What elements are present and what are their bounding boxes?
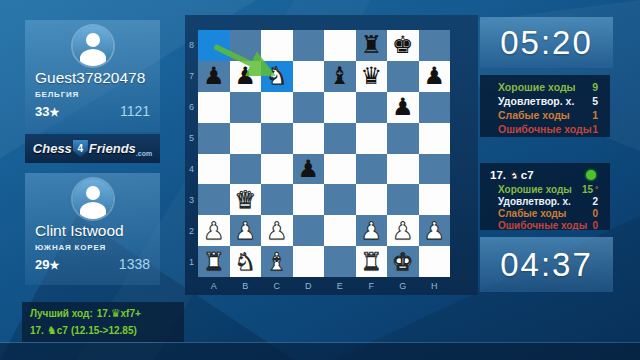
white-piece-g2: ♟	[392, 219, 414, 243]
white-piece-c1: ♝	[266, 250, 288, 274]
square-e4[interactable]	[324, 154, 356, 185]
top-player-stars: 33★	[35, 104, 59, 119]
square-a4[interactable]	[198, 154, 230, 185]
black-piece-h7: ♟	[423, 64, 445, 88]
stat-row-good-moves: Хорошие ходы9	[498, 80, 598, 94]
top-player-name: Guest37820478	[25, 69, 160, 87]
file-label-d: D	[293, 277, 325, 295]
square-f2[interactable]: ♟	[356, 215, 388, 246]
square-h2[interactable]: ♟	[419, 215, 451, 246]
bottom-player-avatar[interactable]	[73, 179, 113, 219]
square-e5[interactable]	[324, 123, 356, 154]
square-b1[interactable]: ♞	[230, 246, 262, 277]
square-f1[interactable]: ♜	[356, 246, 388, 277]
square-f7[interactable]: ♛	[356, 61, 388, 92]
bottom-player-name: Clint Istwood	[25, 222, 160, 240]
square-c6[interactable]	[261, 92, 293, 123]
square-e8[interactable]	[324, 30, 356, 61]
bottom-player-clock: 04:37	[480, 237, 613, 292]
bottom-player-country: ЮЖНАЯ КОРЕЯ	[25, 240, 160, 252]
last-move-piece-icon: ♞	[509, 168, 520, 182]
logo-friends-text: Friends	[89, 141, 136, 156]
square-e2[interactable]	[324, 215, 356, 246]
white-piece-h2: ♟	[423, 219, 445, 243]
square-d1[interactable]	[293, 246, 325, 277]
analysis-hint-panel: Лучший ход:17.♛xf7+ 17.♞c7(12.15->12.85)	[22, 302, 184, 342]
square-f6[interactable]	[356, 92, 388, 123]
square-a2[interactable]: ♟	[198, 215, 230, 246]
rank-label-8: 8	[185, 30, 198, 61]
black-piece-f8: ♜	[360, 33, 382, 57]
white-piece-a2: ♟	[203, 219, 225, 243]
square-d3[interactable]	[293, 184, 325, 215]
stat-row-weak-moves: Слабые ходы0	[488, 208, 598, 220]
white-piece-f1: ♜	[360, 250, 382, 274]
square-f3[interactable]	[356, 184, 388, 215]
logo-chess-text: Chess	[33, 141, 72, 156]
file-label-g: G	[387, 277, 419, 295]
square-c1[interactable]: ♝	[261, 246, 293, 277]
last-move-text: 17.♞c7	[490, 168, 534, 182]
rank-label-6: 6	[185, 92, 198, 123]
square-c3[interactable]	[261, 184, 293, 215]
played-move-line: 17.♞c7(12.15->12.85)	[30, 324, 176, 337]
file-label-c: C	[261, 277, 293, 295]
square-b7[interactable]: ♟	[230, 61, 262, 92]
square-a7[interactable]: ♟	[198, 61, 230, 92]
square-c5[interactable]	[261, 123, 293, 154]
rank-label-2: 2	[185, 215, 198, 246]
top-player-stats-panel: Хорошие ходы9 Удовлетвор. х.5 Слабые ход…	[480, 75, 610, 137]
square-f8[interactable]: ♜	[356, 30, 388, 61]
square-c4[interactable]	[261, 154, 293, 185]
bottom-player-rating: 1338	[119, 256, 150, 272]
square-b5[interactable]	[230, 123, 262, 154]
square-e7[interactable]: ♝	[324, 61, 356, 92]
square-b8[interactable]	[230, 30, 262, 61]
square-h1[interactable]	[419, 246, 451, 277]
black-piece-d4: ♟	[297, 157, 319, 181]
top-player-avatar[interactable]	[73, 26, 113, 66]
square-d7[interactable]	[293, 61, 325, 92]
square-g1[interactable]: ♚	[387, 246, 419, 277]
file-label-e: E	[324, 277, 356, 295]
star-icon: ★	[49, 106, 59, 118]
square-g4[interactable]	[387, 154, 419, 185]
square-h7[interactable]: ♟	[419, 61, 451, 92]
rank-label-7: 7	[185, 61, 198, 92]
logo-tld-text: .com	[136, 150, 152, 157]
best-move-line: Лучший ход:17.♛xf7+	[30, 307, 176, 320]
black-piece-g8: ♚	[392, 33, 414, 57]
square-g2[interactable]: ♟	[387, 215, 419, 246]
stat-row-satisfactory-moves: Удовлетвор. х.5	[498, 94, 598, 108]
square-b6[interactable]	[230, 92, 262, 123]
top-player-clock: 05:20	[480, 17, 613, 68]
bottom-player-stars: 29★	[35, 257, 59, 272]
site-logo[interactable]: Chess 4 Friends .com	[25, 134, 160, 163]
move-quality-dot-icon	[586, 170, 596, 180]
top-player-rating: 1121	[120, 103, 150, 119]
last-move-header: 17.♞c7	[488, 165, 598, 184]
square-h6[interactable]	[419, 92, 451, 123]
square-h4[interactable]	[419, 154, 451, 185]
stat-row-weak-moves: Слабые ходы1	[498, 108, 598, 122]
square-d5[interactable]	[293, 123, 325, 154]
board-frame: 87654321 ♜♚♟♟♞♝♛♟♟♟♛♟♟♟♟♟♟♜♞♝♜♚ ABCDEFGH	[185, 15, 478, 295]
square-c2[interactable]: ♟	[261, 215, 293, 246]
square-h5[interactable]	[419, 123, 451, 154]
square-c8[interactable]	[261, 30, 293, 61]
square-f4[interactable]	[356, 154, 388, 185]
file-label-a: A	[198, 277, 230, 295]
square-e6[interactable]	[324, 92, 356, 123]
stat-row-blunder-moves: Ошибочные ходы1	[498, 122, 598, 136]
white-piece-a1: ♜	[203, 250, 225, 274]
square-a6[interactable]	[198, 92, 230, 123]
stat-row-blunder-moves: Ошибочные ходы0	[488, 220, 598, 230]
file-labels: ABCDEFGH	[198, 277, 450, 295]
white-piece-g1: ♚	[392, 250, 414, 274]
bottom-player-stats-panel: 17.♞c7 Хорошие ходы15° Удовлетвор. х.2 С…	[480, 163, 610, 230]
white-piece-c7: ♞	[266, 64, 288, 88]
top-player-card[interactable]: Guest37820478 БЕЛЬГИЯ 33★ 1121	[25, 20, 160, 132]
file-label-h: H	[419, 277, 451, 295]
rank-labels: 87654321	[185, 30, 198, 277]
bottom-bar	[0, 343, 640, 360]
played-move-piece-icon: ♞	[47, 324, 57, 337]
rank-label-4: 4	[185, 154, 198, 185]
bottom-player-card[interactable]: Clint Istwood ЮЖНАЯ КОРЕЯ 29★ 1338	[25, 173, 160, 285]
square-a3[interactable]	[198, 184, 230, 215]
stat-row-satisfactory-moves: Удовлетвор. х.2	[488, 196, 598, 208]
square-g3[interactable]	[387, 184, 419, 215]
white-piece-c2: ♟	[266, 219, 288, 243]
rank-label-3: 3	[185, 184, 198, 215]
rank-label-1: 1	[185, 246, 198, 277]
square-a5[interactable]	[198, 123, 230, 154]
square-f5[interactable]	[356, 123, 388, 154]
square-d4[interactable]: ♟	[293, 154, 325, 185]
black-piece-f7: ♛	[360, 64, 382, 88]
square-g8[interactable]: ♚	[387, 30, 419, 61]
star-icon: ★	[49, 259, 59, 271]
square-d6[interactable]	[293, 92, 325, 123]
square-a1[interactable]: ♜	[198, 246, 230, 277]
square-g5[interactable]	[387, 123, 419, 154]
black-piece-e7: ♝	[329, 64, 351, 88]
square-g7[interactable]	[387, 61, 419, 92]
square-c7[interactable]: ♞	[261, 61, 293, 92]
top-player-country: БЕЛЬГИЯ	[25, 87, 160, 99]
bottom-clock-time: 04:37	[500, 246, 593, 284]
square-h3[interactable]	[419, 184, 451, 215]
square-b2[interactable]: ♟	[230, 215, 262, 246]
square-e3[interactable]	[324, 184, 356, 215]
file-label-b: B	[230, 277, 262, 295]
white-piece-f2: ♟	[360, 219, 382, 243]
file-label-f: F	[356, 277, 388, 295]
square-g6[interactable]: ♟	[387, 92, 419, 123]
square-d8[interactable]	[293, 30, 325, 61]
black-piece-b7: ♟	[234, 64, 256, 88]
square-e1[interactable]	[324, 246, 356, 277]
chess-board[interactable]: ♜♚♟♟♞♝♛♟♟♟♛♟♟♟♟♟♟♜♞♝♜♚	[198, 30, 450, 277]
white-piece-b2: ♟	[234, 219, 256, 243]
black-piece-a7: ♟	[203, 64, 225, 88]
top-clock-time: 05:20	[500, 24, 593, 62]
square-h8[interactable]	[419, 30, 451, 61]
square-b3[interactable]: ♛	[230, 184, 262, 215]
stat-row-good-moves: Хорошие ходы15°	[488, 184, 598, 196]
rank-label-5: 5	[185, 123, 198, 154]
square-b4[interactable]	[230, 154, 262, 185]
square-d2[interactable]	[293, 215, 325, 246]
logo-shield-icon: 4	[73, 140, 88, 157]
square-a8[interactable]	[198, 30, 230, 61]
best-move-piece-icon: ♛	[111, 307, 121, 320]
white-piece-b1: ♞	[234, 250, 256, 274]
game-screen: Guest37820478 БЕЛЬГИЯ 33★ 1121 Chess 4 F…	[0, 0, 640, 360]
black-piece-g6: ♟	[392, 95, 414, 119]
white-piece-b3: ♛	[234, 188, 256, 212]
